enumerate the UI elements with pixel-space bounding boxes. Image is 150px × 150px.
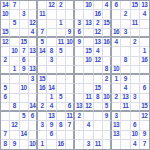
cell-r16c14[interactable] bbox=[121, 140, 130, 149]
cell-r10c4[interactable] bbox=[29, 84, 38, 93]
cell-r10c13[interactable] bbox=[112, 84, 121, 93]
cell-r15c6[interactable]: 6 bbox=[47, 131, 56, 140]
cell-r6c8[interactable] bbox=[66, 47, 75, 56]
cell-r13c2[interactable] bbox=[10, 112, 19, 121]
cell-r9c4[interactable]: 3 bbox=[29, 75, 38, 84]
cell-r10c8[interactable] bbox=[66, 84, 75, 93]
cell-r2c4[interactable] bbox=[29, 10, 38, 19]
cell-r4c7[interactable] bbox=[57, 29, 66, 38]
cell-r9c2[interactable] bbox=[10, 75, 19, 84]
cell-r12c15[interactable] bbox=[131, 103, 140, 112]
cell-r16c3[interactable] bbox=[20, 140, 29, 149]
cell-r15c2[interactable] bbox=[10, 131, 19, 140]
cell-r13c6[interactable]: 13 bbox=[47, 112, 56, 121]
cell-r13c12[interactable]: 9 bbox=[103, 112, 112, 121]
cell-r10c10[interactable] bbox=[84, 84, 93, 93]
cell-r5c12[interactable]: 16 bbox=[103, 38, 112, 47]
cell-r15c12[interactable] bbox=[103, 131, 112, 140]
cell-r2c10[interactable] bbox=[84, 10, 93, 19]
cell-r2c13[interactable] bbox=[112, 10, 121, 19]
cell-r14c1[interactable] bbox=[1, 121, 10, 130]
cell-r5c14[interactable] bbox=[121, 38, 130, 47]
cell-r13c9[interactable]: 2 bbox=[75, 112, 84, 121]
cell-r5c16[interactable] bbox=[140, 38, 149, 47]
cell-r8c11[interactable] bbox=[94, 66, 103, 75]
cell-r8c6[interactable] bbox=[47, 66, 56, 75]
cell-r8c3[interactable]: 9 bbox=[20, 66, 29, 75]
cell-r11c15[interactable]: 3 bbox=[131, 94, 140, 103]
cell-r10c12[interactable] bbox=[103, 84, 112, 93]
cell-r8c7[interactable] bbox=[57, 66, 66, 75]
cell-r14c7[interactable]: 8 bbox=[57, 121, 66, 130]
cell-r3c6[interactable] bbox=[47, 20, 56, 29]
cell-r1c10[interactable]: 10 bbox=[84, 1, 93, 10]
cell-r15c3[interactable]: 14 bbox=[20, 131, 29, 140]
cell-r12c6[interactable]: 4 bbox=[47, 103, 56, 112]
cell-r2c7[interactable] bbox=[57, 10, 66, 19]
cell-r15c9[interactable] bbox=[75, 131, 84, 140]
cell-r14c8[interactable]: 7 bbox=[66, 121, 75, 130]
cell-r12c5[interactable]: 2 bbox=[38, 103, 47, 112]
cell-r16c11[interactable]: 11 bbox=[94, 140, 103, 149]
cell-r6c5[interactable]: 14 bbox=[38, 47, 47, 56]
cell-r5c11[interactable]: 13 bbox=[94, 38, 103, 47]
cell-r4c13[interactable]: 16 bbox=[112, 29, 121, 38]
cell-r9c8[interactable] bbox=[66, 75, 75, 84]
cell-r1c11[interactable] bbox=[94, 1, 103, 10]
cell-r7c14[interactable]: 8 bbox=[121, 57, 130, 66]
cell-r8c9[interactable] bbox=[75, 66, 84, 75]
cell-r1c4[interactable] bbox=[29, 1, 38, 10]
cell-r9c9[interactable] bbox=[75, 75, 84, 84]
cell-r3c2[interactable]: 5 bbox=[10, 20, 19, 29]
cell-r9c14[interactable]: 9 bbox=[121, 75, 130, 84]
cell-r5c9[interactable]: 9 bbox=[75, 38, 84, 47]
cell-r4c8[interactable]: 9 bbox=[66, 29, 75, 38]
cell-r12c13[interactable] bbox=[112, 103, 121, 112]
cell-r15c5[interactable] bbox=[38, 131, 47, 140]
cell-r16c9[interactable] bbox=[75, 140, 84, 149]
cell-r6c16[interactable]: 1 bbox=[140, 47, 149, 56]
cell-r7c11[interactable]: 12 bbox=[94, 57, 103, 66]
cell-r10c3[interactable]: 10 bbox=[20, 84, 29, 93]
cell-r8c16[interactable] bbox=[140, 66, 149, 75]
cell-r6c10[interactable]: 15 bbox=[84, 47, 93, 56]
cell-r3c7[interactable]: 1 bbox=[57, 20, 66, 29]
cell-r15c14[interactable] bbox=[121, 131, 130, 140]
cell-r12c14[interactable]: 11 bbox=[121, 103, 130, 112]
cell-r1c12[interactable]: 4 bbox=[103, 1, 112, 10]
cell-r2c15[interactable] bbox=[131, 10, 140, 19]
cell-r15c16[interactable]: 9 bbox=[140, 131, 149, 140]
cell-r11c1[interactable]: 6 bbox=[1, 94, 10, 103]
cell-r5c6[interactable] bbox=[47, 38, 56, 47]
cell-r5c2[interactable] bbox=[10, 38, 19, 47]
cell-r9c3[interactable] bbox=[20, 75, 29, 84]
cell-r6c1[interactable] bbox=[1, 47, 10, 56]
cell-r12c12[interactable]: 5 bbox=[103, 103, 112, 112]
cell-r16c8[interactable] bbox=[66, 140, 75, 149]
cell-r10c2[interactable] bbox=[10, 84, 19, 93]
cell-r13c11[interactable] bbox=[94, 112, 103, 121]
cell-r7c1[interactable]: 2 bbox=[1, 57, 10, 66]
cell-r2c11[interactable]: 16 bbox=[94, 10, 103, 19]
cell-r11c3[interactable] bbox=[20, 94, 29, 103]
cell-r2c2[interactable] bbox=[10, 10, 19, 19]
cell-r1c7[interactable]: 2 bbox=[57, 1, 66, 10]
cell-r3c3[interactable] bbox=[20, 20, 29, 29]
cell-r10c5[interactable]: 16 bbox=[38, 84, 47, 93]
cell-r9c12[interactable]: 2 bbox=[103, 75, 112, 84]
cell-r16c16[interactable]: 7 bbox=[140, 140, 149, 149]
cell-r16c6[interactable] bbox=[47, 140, 56, 149]
cell-r7c8[interactable] bbox=[66, 57, 75, 66]
cell-r4c16[interactable] bbox=[140, 29, 149, 38]
cell-r14c5[interactable]: 3 bbox=[38, 121, 47, 130]
cell-r9c5[interactable]: 15 bbox=[38, 75, 47, 84]
cell-r8c2[interactable]: 1 bbox=[10, 66, 19, 75]
cell-r12c11[interactable] bbox=[94, 103, 103, 112]
cell-r4c14[interactable]: 3 bbox=[121, 29, 130, 38]
cell-r14c3[interactable] bbox=[20, 121, 29, 130]
cell-r2c9[interactable] bbox=[75, 10, 84, 19]
cell-r5c13[interactable]: 4 bbox=[112, 38, 121, 47]
cell-r8c12[interactable]: 8 bbox=[103, 66, 112, 75]
cell-r10c15[interactable] bbox=[131, 84, 140, 93]
cell-r13c8[interactable]: 11 bbox=[66, 112, 75, 121]
cell-r5c7[interactable]: 11 bbox=[57, 38, 66, 47]
cell-r11c7[interactable]: 5 bbox=[57, 94, 66, 103]
cell-r9c16[interactable] bbox=[140, 75, 149, 84]
cell-r3c15[interactable]: 11 bbox=[131, 20, 140, 29]
cell-r16c2[interactable]: 9 bbox=[10, 140, 19, 149]
cell-r9c13[interactable]: 1 bbox=[112, 75, 121, 84]
cell-r4c11[interactable]: 12 bbox=[94, 29, 103, 38]
cell-r5c4[interactable] bbox=[29, 38, 38, 47]
cell-r15c8[interactable] bbox=[66, 131, 75, 140]
cell-r14c4[interactable] bbox=[29, 121, 38, 130]
cell-r13c7[interactable] bbox=[57, 112, 66, 121]
cell-r7c5[interactable] bbox=[38, 57, 47, 66]
cell-r3c10[interactable]: 13 bbox=[84, 20, 93, 29]
cell-r12c10[interactable]: 12 bbox=[84, 103, 93, 112]
cell-r7c10[interactable]: 10 bbox=[84, 57, 93, 66]
cell-r6c7[interactable]: 5 bbox=[57, 47, 66, 56]
cell-r1c1[interactable]: 14 bbox=[1, 1, 10, 10]
cell-r2c16[interactable]: 4 bbox=[140, 10, 149, 19]
cell-r12c16[interactable]: 15 bbox=[140, 103, 149, 112]
cell-r13c4[interactable]: 6 bbox=[29, 112, 38, 121]
cell-r6c2[interactable]: 10 bbox=[10, 47, 19, 56]
cell-r9c10[interactable] bbox=[84, 75, 93, 84]
cell-r1c5[interactable] bbox=[38, 1, 47, 10]
cell-r4c12[interactable] bbox=[103, 29, 112, 38]
cell-r4c4[interactable]: 4 bbox=[29, 29, 38, 38]
cell-r8c15[interactable] bbox=[131, 66, 140, 75]
cell-r13c1[interactable] bbox=[1, 112, 10, 121]
cell-r15c4[interactable] bbox=[29, 131, 38, 140]
cell-r5c8[interactable]: 10 bbox=[66, 38, 75, 47]
cell-r7c15[interactable] bbox=[131, 57, 140, 66]
cell-r6c4[interactable]: 13 bbox=[29, 47, 38, 56]
cell-r13c14[interactable] bbox=[121, 112, 130, 121]
cell-r2c6[interactable] bbox=[47, 10, 56, 19]
cell-r1c15[interactable]: 15 bbox=[131, 1, 140, 10]
cell-r13c10[interactable] bbox=[84, 112, 93, 121]
cell-r2c1[interactable]: 10 bbox=[1, 10, 10, 19]
cell-r15c11[interactable] bbox=[94, 131, 103, 140]
cell-r16c13[interactable] bbox=[112, 140, 121, 149]
cell-r4c9[interactable]: 6 bbox=[75, 29, 84, 38]
cell-r13c15[interactable] bbox=[131, 112, 140, 121]
cell-r3c16[interactable] bbox=[140, 20, 149, 29]
cell-r12c3[interactable] bbox=[20, 103, 29, 112]
cell-r3c12[interactable]: 15 bbox=[103, 20, 112, 29]
cell-r16c10[interactable]: 3 bbox=[84, 140, 93, 149]
cell-r8c13[interactable]: 10 bbox=[112, 66, 121, 75]
cell-r1c8[interactable] bbox=[66, 1, 75, 10]
cell-r2c8[interactable] bbox=[66, 10, 75, 19]
cell-r12c1[interactable] bbox=[1, 103, 10, 112]
cell-r16c4[interactable]: 10 bbox=[29, 140, 38, 149]
cell-r10c16[interactable]: 6 bbox=[140, 84, 149, 93]
cell-r8c14[interactable] bbox=[121, 66, 130, 75]
cell-r16c5[interactable]: 1 bbox=[38, 140, 47, 149]
cell-r7c7[interactable] bbox=[57, 57, 66, 66]
cell-r14c6[interactable]: 9 bbox=[47, 121, 56, 130]
cell-r1c3[interactable] bbox=[20, 1, 29, 10]
cell-r2c3[interactable]: 3 bbox=[20, 10, 29, 19]
cell-r7c9[interactable] bbox=[75, 57, 84, 66]
cell-r7c16[interactable]: 16 bbox=[140, 57, 149, 66]
cell-r13c3[interactable]: 5 bbox=[20, 112, 29, 121]
cell-r12c7[interactable] bbox=[57, 103, 66, 112]
cell-r2c14[interactable]: 2 bbox=[121, 10, 130, 19]
cell-r16c1[interactable]: 8 bbox=[1, 140, 10, 149]
cell-r13c13[interactable]: 3 bbox=[112, 112, 121, 121]
sudoku-board: 1471221046151310311162451213132151115479… bbox=[0, 0, 150, 150]
cell-r9c6[interactable] bbox=[47, 75, 56, 84]
cell-r14c15[interactable]: 6 bbox=[131, 121, 140, 130]
cell-r6c12[interactable] bbox=[103, 47, 112, 56]
cell-r4c2[interactable] bbox=[10, 29, 19, 38]
cell-r8c4[interactable]: 13 bbox=[29, 66, 38, 75]
cell-r2c12[interactable] bbox=[103, 10, 112, 19]
cell-r12c8[interactable]: 6 bbox=[66, 103, 75, 112]
cell-r4c5[interactable]: 7 bbox=[38, 29, 47, 38]
cell-r14c9[interactable] bbox=[75, 121, 84, 130]
cell-r15c15[interactable]: 10 bbox=[131, 131, 140, 140]
cell-r1c13[interactable]: 6 bbox=[112, 1, 121, 10]
cell-r10c11[interactable]: 15 bbox=[94, 84, 103, 93]
cell-r5c1[interactable]: 12 bbox=[1, 38, 10, 47]
cell-r1c9[interactable] bbox=[75, 1, 84, 10]
cell-r13c5[interactable] bbox=[38, 112, 47, 121]
cell-r10c6[interactable]: 14 bbox=[47, 84, 56, 93]
cell-r4c6[interactable] bbox=[47, 29, 56, 38]
cell-r5c10[interactable] bbox=[84, 38, 93, 47]
cell-r15c1[interactable]: 7 bbox=[1, 131, 10, 140]
cell-r1c2[interactable]: 7 bbox=[10, 1, 19, 10]
cell-r10c7[interactable] bbox=[57, 84, 66, 93]
cell-r15c7[interactable] bbox=[57, 131, 66, 140]
cell-r2c5[interactable]: 11 bbox=[38, 10, 47, 19]
cell-r6c11[interactable]: 4 bbox=[94, 47, 103, 56]
cell-r1c16[interactable]: 13 bbox=[140, 1, 149, 10]
cell-r16c7[interactable]: 16 bbox=[57, 140, 66, 149]
cell-r6c9[interactable] bbox=[75, 47, 84, 56]
cell-r1c6[interactable]: 12 bbox=[47, 1, 56, 10]
cell-r15c13[interactable]: 13 bbox=[112, 131, 121, 140]
cell-r6c3[interactable]: 7 bbox=[20, 47, 29, 56]
cell-r8c5[interactable] bbox=[38, 66, 47, 75]
cell-r10c1[interactable]: 5 bbox=[1, 84, 10, 93]
cell-r6c14[interactable] bbox=[121, 47, 130, 56]
cell-r4c3[interactable] bbox=[20, 29, 29, 38]
cell-r14c10[interactable]: 4 bbox=[84, 121, 93, 130]
cell-r11c13[interactable]: 2 bbox=[112, 94, 121, 103]
cell-r4c15[interactable] bbox=[131, 29, 140, 38]
cell-r14c2[interactable]: 12 bbox=[10, 121, 19, 130]
cell-r14c14[interactable] bbox=[121, 121, 130, 130]
cell-r9c11[interactable] bbox=[94, 75, 103, 84]
cell-r14c13[interactable]: 13 bbox=[112, 121, 121, 130]
cell-r4c10[interactable] bbox=[84, 29, 93, 38]
cell-r15c10[interactable] bbox=[84, 131, 93, 140]
cell-r1c14[interactable] bbox=[121, 1, 130, 10]
cell-r5c5[interactable]: 5 bbox=[38, 38, 47, 47]
cell-r8c1[interactable] bbox=[1, 66, 10, 75]
cell-r12c4[interactable]: 14 bbox=[29, 103, 38, 112]
cell-r5c15[interactable]: 2 bbox=[131, 38, 140, 47]
cell-r14c12[interactable] bbox=[103, 121, 112, 130]
cell-r16c15[interactable]: 4 bbox=[131, 140, 140, 149]
cell-r6c6[interactable]: 8 bbox=[47, 47, 56, 56]
cell-r9c1[interactable] bbox=[1, 75, 10, 84]
cell-r9c7[interactable] bbox=[57, 75, 66, 84]
cell-r5c3[interactable]: 15 bbox=[20, 38, 29, 47]
cell-r12c9[interactable]: 13 bbox=[75, 103, 84, 112]
cell-r14c16[interactable] bbox=[140, 121, 149, 130]
cell-r4c1[interactable]: 15 bbox=[1, 29, 10, 38]
cell-r9c15[interactable] bbox=[131, 75, 140, 84]
cell-r6c15[interactable] bbox=[131, 47, 140, 56]
cell-r8c8[interactable] bbox=[66, 66, 75, 75]
cell-r8c10[interactable] bbox=[84, 66, 93, 75]
cell-r13c16[interactable]: 12 bbox=[140, 112, 149, 121]
cell-r10c9[interactable] bbox=[75, 84, 84, 93]
cell-r11c11[interactable]: 8 bbox=[94, 94, 103, 103]
cell-r12c2[interactable]: 8 bbox=[10, 103, 19, 112]
cell-r10c14[interactable]: 4 bbox=[121, 84, 130, 93]
cell-r7c6[interactable]: 3 bbox=[47, 57, 56, 66]
cell-r16c12[interactable] bbox=[103, 140, 112, 149]
cell-r6c13[interactable] bbox=[112, 47, 121, 56]
cell-r14c11[interactable] bbox=[94, 121, 103, 130]
